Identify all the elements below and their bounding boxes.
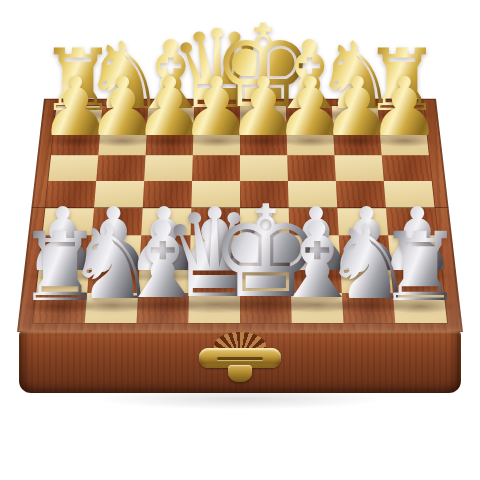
piece-black-gold-pawn-h7[interactable]: ♟	[368, 68, 441, 145]
pieces-layer: ♜♞♝♛♚♝♞♜♟♟♟♟♟♟♟♟♟♟♟♟♟♟♟♟♜♞♝♛♚♝♞♜	[0, 0, 480, 480]
piece-white-silver-rook-h1[interactable]: ♜	[378, 221, 463, 311]
chess-set-photo: ♜♞♝♛♚♝♞♜♟♟♟♟♟♟♟♟♟♟♟♟♟♟♟♟♜♞♝♛♚♝♞♜	[0, 0, 480, 480]
